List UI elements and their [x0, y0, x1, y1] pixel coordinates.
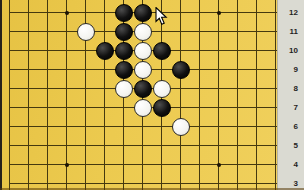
black-stone [115, 61, 133, 79]
grid-line-horizontal [9, 126, 278, 127]
grid-line-horizontal [9, 145, 278, 146]
row-label: 3 [280, 179, 298, 189]
row-label: 6 [280, 122, 298, 132]
black-stone [115, 4, 133, 22]
grid-line-vertical [199, 0, 200, 190]
black-stone [172, 61, 190, 79]
black-stone [115, 42, 133, 60]
row-label: 4 [280, 160, 298, 170]
go-app-window: 1211109876543 [0, 0, 304, 190]
grid-line-vertical [180, 0, 181, 190]
grid-line-vertical [237, 0, 238, 190]
row-label: 11 [280, 27, 298, 37]
star-point [217, 11, 221, 15]
white-stone [134, 99, 152, 117]
white-stone [134, 42, 152, 60]
grid-line-vertical [47, 0, 48, 190]
grid-line-vertical [9, 0, 10, 190]
window-left-border [0, 0, 2, 190]
black-stone [153, 99, 171, 117]
black-stone [134, 4, 152, 22]
grid-line-horizontal [9, 183, 278, 184]
black-stone [115, 23, 133, 41]
white-stone [77, 23, 95, 41]
black-stone [96, 42, 114, 60]
star-point [217, 163, 221, 167]
white-stone [153, 80, 171, 98]
white-stone [134, 23, 152, 41]
white-stone [115, 80, 133, 98]
grid-line-vertical [104, 0, 105, 190]
grid-line-vertical [275, 0, 276, 190]
white-stone [172, 118, 190, 136]
white-stone [134, 61, 152, 79]
window-bottom-border [0, 188, 304, 190]
grid-line-vertical [28, 0, 29, 190]
row-label: 9 [280, 65, 298, 75]
grid-line-horizontal [9, 164, 278, 165]
go-board[interactable] [0, 0, 278, 190]
star-point [65, 163, 69, 167]
grid-line-vertical [218, 0, 219, 190]
mouse-cursor-icon [155, 7, 168, 26]
row-label-gutter: 1211109876543 [277, 0, 304, 190]
row-label: 5 [280, 141, 298, 151]
row-label: 8 [280, 84, 298, 94]
row-label: 10 [280, 46, 298, 56]
grid-line-vertical [66, 0, 67, 190]
row-label: 7 [280, 103, 298, 113]
star-point [65, 11, 69, 15]
black-stone [153, 42, 171, 60]
row-label: 12 [280, 8, 298, 18]
black-stone [134, 80, 152, 98]
grid-line-vertical [256, 0, 257, 190]
